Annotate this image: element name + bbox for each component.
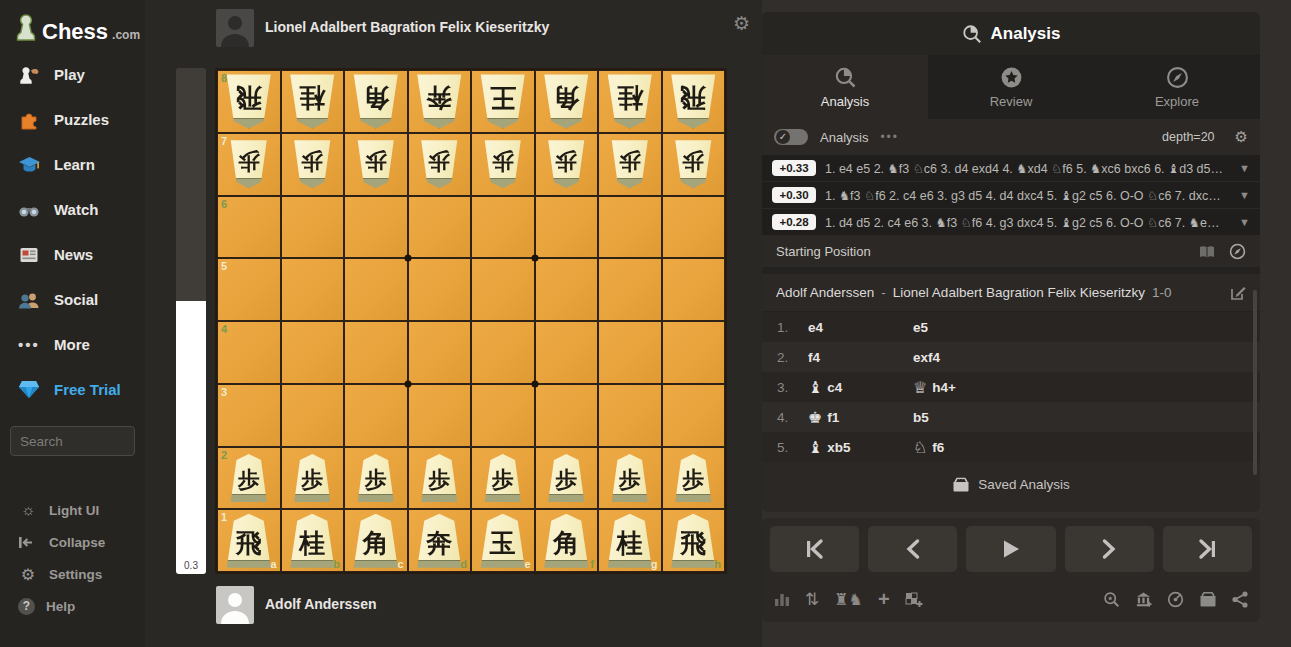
koma-base <box>293 494 331 502</box>
white-knight-piece[interactable]: 桂 <box>605 514 655 568</box>
square-b2[interactable]: 歩 <box>282 448 344 509</box>
square-b5[interactable] <box>282 259 344 320</box>
binoculars-icon <box>16 198 42 222</box>
black-rook-piece[interactable]: 飛 <box>668 74 718 128</box>
zoom-icon[interactable] <box>1103 591 1120 608</box>
top-player-bar: Lionel Adalbert Bagration Felix Kieserit… <box>145 0 762 56</box>
chevron-down-icon[interactable]: ▼ <box>1239 216 1250 228</box>
tab-review[interactable]: Review <box>928 55 1094 119</box>
white-move[interactable]: f4 <box>808 350 913 365</box>
square-a7[interactable]: 7歩 <box>218 134 280 195</box>
black-knight-piece[interactable]: 桂 <box>605 74 655 128</box>
square-f7[interactable]: 歩 <box>536 134 598 195</box>
move-list: 1.e4e52.f4exf43.♝c4♕h4+4.♚f1b55.♝xb5♘f6 <box>762 312 1260 462</box>
pawn-logo-icon <box>14 14 38 42</box>
panel-title: Analysis <box>991 24 1061 44</box>
black-king-piece[interactable]: 王 <box>478 74 528 128</box>
bottom-player-bar: Adolf Anderssen <box>145 580 762 636</box>
nav-buttons <box>762 518 1260 580</box>
tab-label: Explore <box>1155 94 1199 109</box>
square-d8[interactable]: 奔 <box>409 71 471 132</box>
square-c2[interactable]: 歩 <box>345 448 407 509</box>
board-settings-gear-icon[interactable]: ⚙ <box>733 12 750 35</box>
play-pawn-icon <box>16 63 42 87</box>
square-b4[interactable] <box>282 322 344 383</box>
square-f5[interactable] <box>536 259 598 320</box>
newspaper-icon <box>16 243 42 267</box>
line-moves: 1. ♞f3 ♘f6 2. c4 e6 3. g3 d5 4. d4 dxc4 … <box>825 188 1233 203</box>
koma-kanji: 歩 <box>238 150 260 172</box>
sidebar-item-learn[interactable]: Learn <box>0 142 145 187</box>
black-piece-icon: ♘ <box>913 438 927 457</box>
sidebar-footer: ☼ Light UI Collapse ⚙ Settings ? Help <box>0 494 145 622</box>
share-icon[interactable] <box>1232 591 1248 608</box>
koma-base <box>416 560 462 568</box>
gear-icon: ⚙ <box>18 565 38 584</box>
sidebar-item-label: Free Trial <box>54 381 121 398</box>
engine-line-2[interactable]: +0.30 1. ♞f3 ♘f6 2. c4 e6 3. g3 d5 4. d4… <box>762 182 1260 209</box>
move-row-1: 1.e4e5 <box>762 312 1260 342</box>
square-e6[interactable] <box>472 197 534 258</box>
white-move[interactable]: ♝xb5 <box>808 438 913 457</box>
white-knight-piece[interactable]: 桂 <box>287 514 337 568</box>
engine-line-3[interactable]: +0.28 1. d4 d5 2. c4 e6 3. ♞f3 ♘f6 4. g3… <box>762 209 1260 236</box>
black-pawn-piece[interactable]: 歩 <box>419 140 460 188</box>
rank-label: 7 <box>221 136 227 147</box>
square-h2[interactable]: 歩 <box>663 448 725 509</box>
panel-tabs: Analysis Review Explore <box>762 55 1260 119</box>
sidebar-item-label: Watch <box>54 201 98 218</box>
file-label: c <box>397 559 403 570</box>
koma-kanji: 歩 <box>428 150 450 172</box>
koma-base <box>236 178 262 188</box>
koma-base <box>296 118 328 128</box>
black-player-link[interactable]: Lionel Adalbert Bagration Felix Kieserit… <box>893 285 1145 300</box>
chesscom-logo[interactable]: Chess .com <box>0 0 145 52</box>
san-text: h4+ <box>932 380 956 395</box>
koma-kanji: 飛 <box>236 530 262 556</box>
engine-line-1[interactable]: +0.33 1. e4 e5 2. ♞f3 ♘c6 3. d4 exd4 4. … <box>762 155 1260 182</box>
square-f4[interactable] <box>536 322 598 383</box>
sidebar: Chess .com Play Puzzles Learn Watch <box>0 0 145 647</box>
engine-toggle-row: ✓ Analysis ••• depth=20 ⚙ <box>762 119 1260 155</box>
black-bishop-piece[interactable]: 角 <box>541 74 591 128</box>
white-king-piece[interactable]: 玉 <box>478 514 528 568</box>
black-pawn-piece[interactable]: 歩 <box>292 140 333 188</box>
square-d6[interactable] <box>409 197 471 258</box>
koma-kanji: 飛 <box>236 85 262 111</box>
more-dots-icon: ••• <box>16 333 42 357</box>
section-divider <box>762 267 1260 274</box>
add-icon[interactable]: + <box>878 588 890 611</box>
search-input[interactable] <box>10 426 135 456</box>
koma-base <box>614 118 646 128</box>
bottom-player-avatar[interactable] <box>216 586 254 624</box>
san-text: c4 <box>827 380 842 395</box>
analysis-magnifier-icon <box>962 24 982 44</box>
line-moves: 1. e4 e5 2. ♞f3 ♘c6 3. d4 exd4 4. ♞xd4 ♘… <box>825 161 1233 176</box>
file-label: f <box>590 559 594 570</box>
koma-kanji: 歩 <box>682 150 704 172</box>
chess-board[interactable]: 8飛桂角奔王角桂飛7歩歩歩歩歩歩歩歩65432歩歩歩歩歩歩歩歩1a飛b桂c角d奔… <box>215 68 727 574</box>
black-move[interactable]: exf4 <box>913 350 1018 365</box>
panel-scrollbar[interactable] <box>1253 290 1257 475</box>
koma-base <box>490 178 516 188</box>
square-g2[interactable]: 歩 <box>599 448 661 509</box>
white-pawn-piece[interactable]: 歩 <box>609 454 650 502</box>
white-pawn-piece[interactable]: 歩 <box>482 454 523 502</box>
square-e1[interactable]: e玉 <box>472 510 534 571</box>
koma-base <box>363 178 389 188</box>
square-g3[interactable] <box>599 385 661 446</box>
black-queen-piece[interactable]: 奔 <box>414 74 464 128</box>
koma-base <box>487 118 519 128</box>
square-c1[interactable]: c角 <box>345 510 407 571</box>
square-e5[interactable] <box>472 259 534 320</box>
line-moves: 1. d4 d5 2. c4 e6 3. ♞f3 ♘f6 4. g3 dxc4 … <box>825 215 1233 230</box>
koma-kanji: 飛 <box>680 85 706 111</box>
koma-base <box>607 560 653 568</box>
white-bishop-piece[interactable]: 角 <box>351 514 401 568</box>
koma-base <box>677 118 709 128</box>
koma-base <box>426 178 452 188</box>
san-text: e5 <box>913 320 928 335</box>
square-e3[interactable] <box>472 385 534 446</box>
white-queen-piece[interactable]: 奔 <box>414 514 464 568</box>
black-pawn-piece[interactable]: 歩 <box>546 140 587 188</box>
square-h5[interactable] <box>663 259 725 320</box>
koma-base <box>230 494 268 502</box>
square-c3[interactable] <box>345 385 407 446</box>
square-b6[interactable] <box>282 197 344 258</box>
game-header: Adolf Anderssen - Lionel Adalbert Bagrat… <box>762 274 1260 312</box>
square-b8[interactable]: 桂 <box>282 71 344 132</box>
black-pawn-piece[interactable]: 歩 <box>673 140 714 188</box>
bottom-player-name[interactable]: Adolf Anderssen <box>265 596 377 612</box>
square-f6[interactable] <box>536 197 598 258</box>
saved-games-icon[interactable] <box>1199 592 1217 607</box>
koma-base <box>423 118 455 128</box>
square-b1[interactable]: b桂 <box>282 510 344 571</box>
white-pawn-piece[interactable]: 歩 <box>355 454 396 502</box>
koma-base <box>670 560 716 568</box>
square-d1[interactable]: d奔 <box>409 510 471 571</box>
square-c8[interactable]: 角 <box>345 71 407 132</box>
square-e8[interactable]: 王 <box>472 71 534 132</box>
analysis-toggle[interactable]: ✓ <box>774 129 808 145</box>
square-a5[interactable]: 5 <box>218 259 280 320</box>
setup-board-icon[interactable] <box>905 592 923 608</box>
koma-kanji: 歩 <box>555 469 577 491</box>
white-pawn-piece[interactable]: 歩 <box>546 454 587 502</box>
rank-label: 3 <box>221 387 227 398</box>
eval-badge: +0.28 <box>772 214 816 230</box>
koma-kanji: 角 <box>553 530 579 556</box>
white-move[interactable]: ♝c4 <box>808 378 913 397</box>
black-move[interactable]: b5 <box>913 410 1018 425</box>
koma-kanji: 角 <box>363 85 389 111</box>
square-g7[interactable]: 歩 <box>599 134 661 195</box>
saved-analysis-icon <box>952 477 970 492</box>
question-icon: ? <box>18 598 35 615</box>
koma-kanji: 飛 <box>680 530 706 556</box>
light-ui-button[interactable]: ☼ Light UI <box>0 494 145 526</box>
sidebar-item-news[interactable]: News <box>0 232 145 277</box>
edit-game-icon[interactable] <box>1230 285 1246 301</box>
sidebar-item-puzzles[interactable]: Puzzles <box>0 97 145 142</box>
white-pawn-piece[interactable]: 歩 <box>228 454 269 502</box>
white-rook-piece[interactable]: 飛 <box>668 514 718 568</box>
sidebar-item-label: More <box>54 336 90 353</box>
collapse-icon <box>18 536 38 549</box>
white-rook-piece[interactable]: 飛 <box>224 514 274 568</box>
koma-kanji: 歩 <box>238 469 260 491</box>
diamond-icon <box>16 378 42 402</box>
starting-position-row[interactable]: Starting Position <box>762 236 1260 267</box>
square-c5[interactable] <box>345 259 407 320</box>
san-text: f1 <box>827 410 839 425</box>
koma-base <box>553 178 579 188</box>
rank-label: 6 <box>221 199 227 210</box>
koma-base <box>543 560 589 568</box>
move-number: 1. <box>762 320 808 335</box>
move-row-5: 5.♝xb5♘f6 <box>762 432 1260 462</box>
koma-kanji: 桂 <box>617 85 643 111</box>
chesscom-analysis-page: Chess .com Play Puzzles Learn Watch <box>0 0 1291 647</box>
people-icon <box>16 288 42 312</box>
san-text: xb5 <box>827 440 850 455</box>
koma-kanji: 歩 <box>555 150 577 172</box>
square-d5[interactable] <box>409 259 471 320</box>
black-pawn-piece[interactable]: 歩 <box>355 140 396 188</box>
move-number: 3. <box>762 380 808 395</box>
saved-analysis-button[interactable]: Saved Analysis <box>762 462 1260 506</box>
koma-base <box>550 118 582 128</box>
square-b7[interactable]: 歩 <box>282 134 344 195</box>
black-bishop-piece[interactable]: 角 <box>351 74 401 128</box>
collapse-button[interactable]: Collapse <box>0 526 145 558</box>
white-piece-icon: ♚ <box>808 408 822 427</box>
move-number: 4. <box>762 410 808 425</box>
square-f3[interactable] <box>536 385 598 446</box>
square-h6[interactable] <box>663 197 725 258</box>
koma-base <box>480 560 526 568</box>
sidebar-item-play[interactable]: Play <box>0 52 145 97</box>
square-d7[interactable]: 歩 <box>409 134 471 195</box>
top-player-avatar[interactable] <box>216 9 254 47</box>
koma-base <box>360 118 392 128</box>
sidebar-item-watch[interactable]: Watch <box>0 187 145 232</box>
rank-label: 2 <box>221 450 227 461</box>
san-text: f4 <box>808 350 820 365</box>
black-pawn-piece[interactable]: 歩 <box>482 140 523 188</box>
square-c7[interactable]: 歩 <box>345 134 407 195</box>
koma-kanji: 歩 <box>682 469 704 491</box>
move-row-2: 2.f4exf4 <box>762 342 1260 372</box>
koma-base <box>420 494 458 502</box>
go-first-button[interactable] <box>770 526 859 572</box>
sidebar-item-label: Social <box>54 291 98 308</box>
black-move[interactable]: ♕h4+ <box>913 378 1018 397</box>
square-c6[interactable] <box>345 197 407 258</box>
square-f1[interactable]: f角 <box>536 510 598 571</box>
sidebar-item-more[interactable]: ••• More <box>0 322 145 367</box>
koma-kanji: 歩 <box>619 150 641 172</box>
white-move[interactable]: e4 <box>808 320 913 335</box>
koma-kanji: 歩 <box>365 150 387 172</box>
square-g1[interactable]: g桂 <box>599 510 661 571</box>
foot-label: Light UI <box>49 503 99 518</box>
koma-base <box>226 560 272 568</box>
library-icon[interactable] <box>1135 591 1152 608</box>
flip-board-icon[interactable]: ⇅ <box>805 589 819 610</box>
square-g6[interactable] <box>599 197 661 258</box>
board-area: Lionel Adalbert Bagration Felix Kieserit… <box>145 0 762 647</box>
koma-base <box>611 494 649 502</box>
koma-kanji: 歩 <box>492 469 514 491</box>
sidebar-item-social[interactable]: Social <box>0 277 145 322</box>
square-d3[interactable] <box>409 385 471 446</box>
square-g5[interactable] <box>599 259 661 320</box>
san-text: exf4 <box>913 350 940 365</box>
black-pawn-piece[interactable]: 歩 <box>609 140 650 188</box>
eval-badge: +0.30 <box>772 187 816 203</box>
koma-base <box>353 560 399 568</box>
square-e7[interactable]: 歩 <box>472 134 534 195</box>
black-pawn-piece[interactable]: 歩 <box>228 140 269 188</box>
koma-kanji: 歩 <box>301 469 323 491</box>
koma-kanji: 桂 <box>299 530 325 556</box>
white-pawn-piece[interactable]: 歩 <box>419 454 460 502</box>
logo-word: Chess <box>42 22 108 42</box>
koma-kanji: 玉 <box>490 530 516 556</box>
opening-book-icon[interactable] <box>1199 245 1215 259</box>
file-label: g <box>651 559 658 570</box>
square-g8[interactable]: 桂 <box>599 71 661 132</box>
black-rook-piece[interactable]: 飛 <box>224 74 274 128</box>
file-label: a <box>270 559 276 570</box>
sidebar-search <box>10 426 135 456</box>
tab-analysis[interactable]: Analysis <box>762 55 928 119</box>
tab-explore[interactable]: Explore <box>1094 55 1260 119</box>
panel-header: Analysis <box>762 12 1260 55</box>
square-c4[interactable] <box>345 322 407 383</box>
analysis-toolbar: ⇅ ♜♞ + <box>762 580 1260 611</box>
go-previous-button[interactable] <box>868 526 957 572</box>
square-h8[interactable]: 飛 <box>663 71 725 132</box>
black-knight-piece[interactable]: 桂 <box>287 74 337 128</box>
koma-base <box>617 178 643 188</box>
play-button[interactable] <box>966 526 1055 572</box>
koma-base <box>680 178 706 188</box>
toggle-check-icon: ✓ <box>776 130 790 144</box>
toggle-label: Analysis <box>820 130 868 145</box>
chevron-down-icon[interactable]: ▼ <box>1239 189 1250 201</box>
move-row-4: 4.♚f1b5 <box>762 402 1260 432</box>
explore-compass-icon[interactable] <box>1229 243 1246 260</box>
stats-icon[interactable] <box>774 593 790 607</box>
go-next-button[interactable] <box>1065 526 1154 572</box>
square-e4[interactable] <box>472 322 534 383</box>
white-move[interactable]: ♚f1 <box>808 408 913 427</box>
engine-menu-dots[interactable]: ••• <box>880 130 899 144</box>
starting-position-label: Starting Position <box>776 244 871 259</box>
koma-kanji: 歩 <box>301 150 323 172</box>
square-h3[interactable] <box>663 385 725 446</box>
koma-kanji: 奔 <box>426 85 452 111</box>
tab-label: Analysis <box>821 94 869 109</box>
file-label: h <box>714 559 721 570</box>
saved-analysis-label: Saved Analysis <box>978 477 1070 492</box>
square-a3[interactable]: 3 <box>218 385 280 446</box>
white-player-link[interactable]: Adolf Anderssen <box>776 285 874 300</box>
file-label: d <box>460 559 467 570</box>
move-number: 5. <box>762 440 808 455</box>
engine-settings-gear-icon[interactable]: ⚙ <box>1235 128 1248 146</box>
white-pawn-piece[interactable]: 歩 <box>292 454 333 502</box>
square-a1[interactable]: 1a飛 <box>218 510 280 571</box>
koma-base <box>547 494 585 502</box>
white-pawn-piece[interactable]: 歩 <box>673 454 714 502</box>
engine-lines: +0.33 1. e4 e5 2. ♞f3 ♘c6 3. d4 exd4 4. … <box>762 155 1260 236</box>
chevron-down-icon[interactable]: ▼ <box>1239 162 1250 174</box>
square-b3[interactable] <box>282 385 344 446</box>
black-move[interactable]: e5 <box>913 320 1018 335</box>
analysis-panel: Analysis Analysis Review Explore ✓ Analy… <box>762 12 1260 512</box>
square-d2[interactable]: 歩 <box>409 448 471 509</box>
koma-base <box>357 494 395 502</box>
graduation-cap-icon <box>16 153 42 177</box>
square-a6[interactable]: 6 <box>218 197 280 258</box>
sidebar-item-free-trial[interactable]: Free Trial <box>0 367 145 412</box>
go-last-button[interactable] <box>1163 526 1252 572</box>
help-button[interactable]: ? Help <box>0 590 145 622</box>
square-a2[interactable]: 2歩 <box>218 448 280 509</box>
square-h1[interactable]: h飛 <box>663 510 725 571</box>
square-f8[interactable]: 角 <box>536 71 598 132</box>
rank-label: 4 <box>221 324 227 335</box>
san-text: f6 <box>932 440 944 455</box>
square-d4[interactable] <box>409 322 471 383</box>
koma-kanji: 奔 <box>426 530 452 556</box>
square-g4[interactable] <box>599 322 661 383</box>
san-text: b5 <box>913 410 929 425</box>
black-move[interactable]: ♘f6 <box>913 438 1018 457</box>
square-f2[interactable]: 歩 <box>536 448 598 509</box>
top-player-name[interactable]: Lionel Adalbert Bagration Felix Kieserit… <box>265 19 549 35</box>
evaluation-bar: 0.3 <box>176 68 206 574</box>
square-a4[interactable]: 4 <box>218 322 280 383</box>
square-h7[interactable]: 歩 <box>663 134 725 195</box>
playback-controls: ⇅ ♜♞ + <box>762 518 1260 622</box>
foot-label: Collapse <box>49 535 105 550</box>
pieces-icon[interactable]: ♜♞ <box>834 590 863 609</box>
koma-kanji: 歩 <box>619 469 641 491</box>
white-piece-icon: ♝ <box>808 378 822 397</box>
square-h4[interactable] <box>663 322 725 383</box>
square-a8[interactable]: 8飛 <box>218 71 280 132</box>
koma-kanji: 桂 <box>617 530 643 556</box>
koma-base <box>299 178 325 188</box>
white-bishop-piece[interactable]: 角 <box>541 514 591 568</box>
eval-score: 0.3 <box>176 560 206 571</box>
foot-label: Help <box>46 599 75 614</box>
speed-icon[interactable] <box>1167 591 1184 608</box>
koma-kanji: 歩 <box>428 469 450 491</box>
settings-button[interactable]: ⚙ Settings <box>0 558 145 590</box>
square-e2[interactable]: 歩 <box>472 448 534 509</box>
koma-kanji: 桂 <box>299 85 325 111</box>
